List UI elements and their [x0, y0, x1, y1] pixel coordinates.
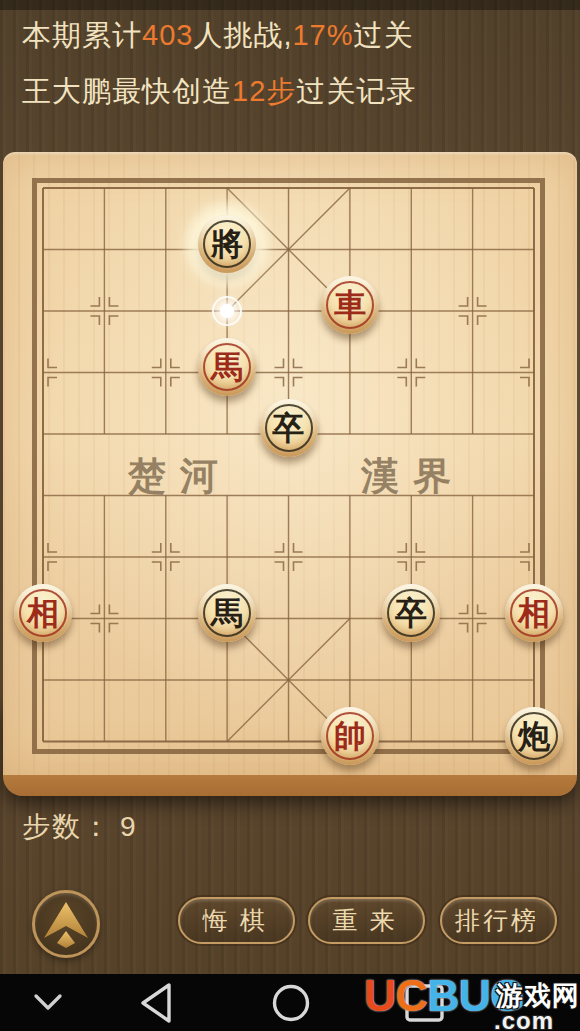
piece-帥-red[interactable]: 帥 — [321, 707, 379, 765]
home-icon[interactable] — [275, 987, 308, 1020]
hide-navbar-chevron-icon[interactable] — [36, 996, 60, 1008]
river-label-right: 漢界 — [361, 451, 465, 502]
last-move-origin-dot — [220, 304, 234, 318]
step-counter: 步数：9 — [22, 808, 138, 846]
restart-button[interactable]: 重来 — [308, 897, 425, 944]
piece-馬-red[interactable]: 馬 — [198, 338, 256, 396]
back-icon[interactable] — [143, 985, 169, 1021]
app-screen: 本期累计403人挑战,17%过关 王大鹏最快创造12步过关记录 楚河 漢界 將車… — [0, 0, 580, 1031]
step-counter-label: 步数： — [22, 811, 112, 842]
recents-icon[interactable] — [407, 986, 442, 1020]
piece-卒-black[interactable]: 卒 — [260, 399, 318, 457]
expand-button[interactable] — [32, 890, 100, 958]
piece-馬-black[interactable]: 馬 — [198, 584, 256, 642]
piece-相-red[interactable]: 相 — [14, 584, 72, 642]
board-decorative-border — [32, 178, 545, 754]
step-counter-value: 9 — [120, 811, 138, 842]
piece-將-black[interactable]: 將 — [198, 215, 256, 273]
piece-車-red[interactable]: 車 — [321, 276, 379, 334]
piece-卒-black[interactable]: 卒 — [382, 584, 440, 642]
challenge-stats-line: 本期累计403人挑战,17%过关 — [22, 16, 414, 56]
piece-炮-black[interactable]: 炮 — [505, 707, 563, 765]
up-arrow-icon — [35, 893, 97, 955]
record-line: 王大鹏最快创造12步过关记录 — [22, 72, 416, 112]
river-label-left: 楚河 — [128, 451, 232, 502]
leaderboard-button[interactable]: 排行榜 — [440, 897, 557, 944]
status-bar-shade — [0, 0, 580, 10]
piece-相-red[interactable]: 相 — [505, 584, 563, 642]
undo-button[interactable]: 悔棋 — [178, 897, 295, 944]
